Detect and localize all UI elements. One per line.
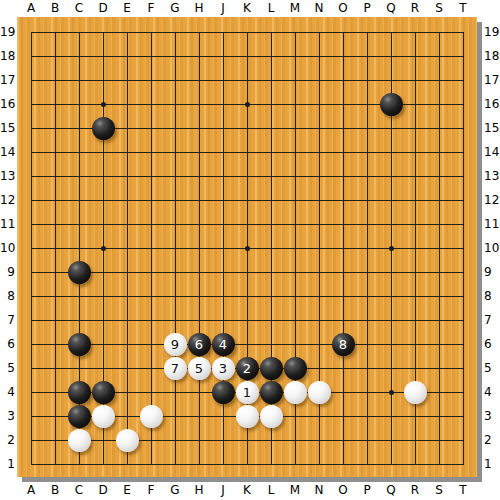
go-board-screenshot: ABCDEFGHJKLMNOPQRST ABCDEFGHJKLMNOPQRST … [0,0,500,500]
column-label: R [403,1,427,16]
column-label: B [43,483,67,498]
column-labels-bottom: ABCDEFGHJKLMNOPQRST [19,483,475,498]
row-label: 14 [0,140,15,164]
row-label: 18 [0,44,15,68]
row-label: 4 [0,380,15,404]
stone-white-c2 [68,429,91,452]
row-label: 18 [484,44,500,68]
column-label: A [19,1,43,16]
stone-white-m4 [284,381,307,404]
column-label: T [451,483,475,498]
move-number: 3 [219,362,227,375]
row-label: 10 [0,236,15,260]
stone-black-c6 [68,333,91,356]
stone-black-q16 [380,93,403,116]
column-label: K [235,483,259,498]
stone-white-e2 [116,429,139,452]
column-label: P [355,483,379,498]
stone-white-j5: 3 [212,357,235,380]
stone-black-o6: 8 [332,333,355,356]
stone-white-k4: 1 [236,381,259,404]
move-number: 5 [195,362,203,375]
move-number: 6 [195,338,203,351]
row-label: 7 [0,308,15,332]
board-grid[interactable]: 964875321 [19,20,475,476]
row-label: 16 [484,92,500,116]
row-label: 15 [484,116,500,140]
row-label: 10 [484,236,500,260]
move-number: 7 [171,362,179,375]
stone-black-j6: 4 [212,333,235,356]
row-labels-right: 19181716151413121110987654321 [484,20,500,476]
column-label: E [115,483,139,498]
column-label: O [331,1,355,16]
row-label: 9 [484,260,500,284]
row-label: 13 [484,164,500,188]
column-label: J [211,483,235,498]
column-labels-top: ABCDEFGHJKLMNOPQRST [19,1,475,16]
star-point-d10 [101,246,106,251]
row-label: 1 [0,452,15,476]
column-label: H [187,483,211,498]
column-label: D [91,483,115,498]
row-label: 8 [484,284,500,308]
stone-white-g5: 7 [164,357,187,380]
column-label: A [19,483,43,498]
stone-black-h6: 6 [188,333,211,356]
column-label: J [211,1,235,16]
star-point-k16 [245,102,250,107]
column-label: B [43,1,67,16]
row-label: 7 [484,308,500,332]
column-label: M [283,1,307,16]
column-label: E [115,1,139,16]
column-label: C [67,483,91,498]
column-label: O [331,483,355,498]
row-label: 17 [484,68,500,92]
star-point-d16 [101,102,106,107]
row-label: 12 [484,188,500,212]
column-label: G [163,1,187,16]
stone-black-c9 [68,261,91,284]
row-labels-left: 19181716151413121110987654321 [0,20,15,476]
column-label: S [427,1,451,16]
column-label: R [403,483,427,498]
column-label: S [427,483,451,498]
row-label: 17 [0,68,15,92]
stone-black-d15 [92,117,115,140]
stone-black-c3 [68,405,91,428]
stone-black-d4 [92,381,115,404]
column-label: Q [379,483,403,498]
row-label: 12 [0,188,15,212]
row-label: 11 [484,212,500,236]
row-label: 6 [484,332,500,356]
column-label: N [307,483,331,498]
stone-black-l4 [260,381,283,404]
row-label: 5 [0,356,15,380]
stone-white-k3 [236,405,259,428]
column-label: C [67,1,91,16]
row-label: 2 [0,428,15,452]
move-number: 1 [243,386,251,399]
stone-black-m5 [284,357,307,380]
stone-black-l5 [260,357,283,380]
row-label: 3 [484,404,500,428]
column-label: M [283,483,307,498]
move-number: 4 [219,338,227,351]
star-point-q10 [389,246,394,251]
column-label: Q [379,1,403,16]
row-label: 5 [484,356,500,380]
move-number: 2 [243,362,251,375]
move-number: 8 [339,338,347,351]
column-label: P [355,1,379,16]
column-label: G [163,483,187,498]
stone-white-g6: 9 [164,333,187,356]
stone-black-k5: 2 [236,357,259,380]
row-label: 1 [484,452,500,476]
row-label: 15 [0,116,15,140]
row-label: 14 [484,140,500,164]
move-number: 9 [171,338,179,351]
column-label: T [451,1,475,16]
stone-white-h5: 5 [188,357,211,380]
column-label: L [259,1,283,16]
column-label: L [259,483,283,498]
stone-white-l3 [260,405,283,428]
row-label: 6 [0,332,15,356]
row-label: 11 [0,212,15,236]
goban: 964875321 [17,17,477,477]
row-label: 19 [0,20,15,44]
column-label: D [91,1,115,16]
stone-white-f3 [140,405,163,428]
row-label: 19 [484,20,500,44]
row-label: 4 [484,380,500,404]
star-point-k10 [245,246,250,251]
row-label: 9 [0,260,15,284]
row-label: 3 [0,404,15,428]
stone-black-j4 [212,381,235,404]
stone-white-r4 [404,381,427,404]
column-label: K [235,1,259,16]
star-point-q4 [389,390,394,395]
row-label: 8 [0,284,15,308]
stone-white-n4 [308,381,331,404]
column-label: F [139,1,163,16]
column-label: H [187,1,211,16]
stone-black-c4 [68,381,91,404]
row-label: 2 [484,428,500,452]
column-label: N [307,1,331,16]
stone-white-d3 [92,405,115,428]
row-label: 13 [0,164,15,188]
row-label: 16 [0,92,15,116]
column-label: F [139,483,163,498]
